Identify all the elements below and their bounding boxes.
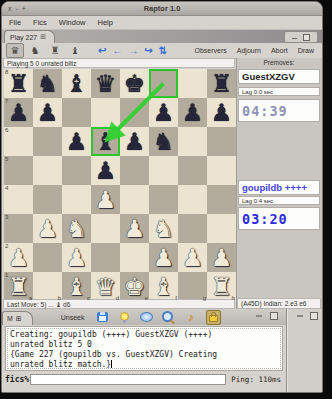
menu-item-help[interactable]: Help bbox=[98, 18, 113, 27]
tab-grid-icon[interactable]: ⊞ bbox=[40, 33, 46, 41]
file-label-e: e bbox=[145, 295, 148, 301]
square-c8[interactable]: ♝ bbox=[62, 69, 91, 98]
square-a5[interactable]: 5 bbox=[4, 156, 33, 185]
white-pawn-h2[interactable]: ♟ bbox=[207, 243, 236, 272]
file-label-a: a bbox=[29, 295, 32, 301]
black-rook-a8[interactable]: ♜ bbox=[4, 69, 33, 98]
square-e7[interactable] bbox=[120, 98, 149, 127]
square-f1[interactable]: f♝ bbox=[149, 272, 178, 301]
square-e6[interactable]: ♟ bbox=[120, 127, 149, 156]
console-line-1: Creating: goupildb (++++) GuestXZGV (+++… bbox=[10, 330, 282, 340]
square-d4[interactable]: ♟ bbox=[91, 185, 120, 214]
square-h4[interactable] bbox=[207, 185, 236, 214]
square-g8[interactable] bbox=[178, 69, 207, 98]
music-note-icon[interactable]: ♪ bbox=[184, 311, 197, 324]
square-c1[interactable]: c♝ bbox=[62, 272, 91, 301]
black-pawn-g7[interactable]: ♟ bbox=[178, 98, 207, 127]
white-pawn-c2[interactable]: ♟ bbox=[62, 243, 91, 272]
square-f5[interactable] bbox=[149, 156, 178, 185]
square-d1[interactable]: d♛ bbox=[91, 272, 120, 301]
fics-prompt: fics% bbox=[5, 375, 29, 384]
tabbar-window-buttons bbox=[284, 31, 318, 43]
lock-icon[interactable] bbox=[206, 310, 221, 325]
square-e5[interactable] bbox=[120, 156, 149, 185]
nav-button-group: ↩←→↪⇅ bbox=[98, 44, 167, 57]
square-b8[interactable]: ♞ bbox=[33, 69, 62, 98]
player-name-bottom: goupildb ++++ bbox=[238, 180, 320, 195]
right-panel: Premoves: GuestXZGV ++++ Lag 0.0 sec 04:… bbox=[236, 58, 322, 309]
board-column: Playing 5 0 unrated blitz 8♜♞♝♛♚♜7♟♟♟♟♟6… bbox=[2, 58, 236, 309]
flip-board-button[interactable]: ⇅ bbox=[159, 44, 167, 57]
action-button-group: ObserversAdjournAbortDraw bbox=[194, 47, 318, 54]
file-label-c: c bbox=[87, 295, 90, 301]
square-c2[interactable]: ♟ bbox=[62, 243, 91, 272]
square-f8[interactable] bbox=[149, 69, 178, 98]
file-label-f: f bbox=[175, 295, 177, 301]
square-d2[interactable] bbox=[91, 243, 120, 272]
square-e3[interactable]: ♟ bbox=[120, 214, 149, 243]
black-bishop-c8[interactable]: ♝ bbox=[62, 69, 91, 98]
knight-piece-button[interactable]: ♞ bbox=[26, 43, 44, 58]
ping-label: Ping: 110ms bbox=[231, 375, 281, 384]
file-label-d: d bbox=[116, 295, 119, 301]
square-e8[interactable]: ♚ bbox=[120, 69, 149, 98]
tab-label: Play 227 bbox=[10, 34, 37, 41]
square-c7[interactable] bbox=[62, 98, 91, 127]
square-e2[interactable] bbox=[120, 243, 149, 272]
side-panel-restore-icon[interactable] bbox=[297, 315, 303, 317]
rank-label-7: 7 bbox=[5, 98, 8, 104]
side-panel-window-buttons bbox=[297, 312, 318, 320]
raptor-window: x - + Raptor 1.0 FileFicsWindowHelp Play… bbox=[1, 1, 323, 393]
console-tab-bar: M ⊞ Unseek ♪ bbox=[2, 309, 286, 325]
rank-label-8: 8 bbox=[5, 69, 8, 75]
restore-icon[interactable] bbox=[292, 38, 297, 39]
black-pawn-h7[interactable]: ♟ bbox=[207, 98, 236, 127]
menu-item-window[interactable]: Window bbox=[59, 18, 86, 27]
console-tab-main[interactable]: M ⊞ bbox=[2, 311, 33, 325]
chat-bubble-icon[interactable] bbox=[140, 311, 153, 324]
console-output[interactable]: Creating: goupildb (++++) GuestXZGV (+++… bbox=[5, 326, 283, 371]
square-a3[interactable]: 3 bbox=[4, 214, 33, 243]
square-b5[interactable] bbox=[33, 156, 62, 185]
main-area: Playing 5 0 unrated blitz 8♜♞♝♛♚♜7♟♟♟♟♟6… bbox=[2, 58, 322, 309]
file-label-g: g bbox=[203, 295, 206, 301]
square-g4[interactable] bbox=[178, 185, 207, 214]
white-bishop-f1[interactable]: ♝ bbox=[149, 272, 178, 301]
black-rook-h8[interactable]: ♜ bbox=[207, 69, 236, 98]
black-pawn-f7[interactable]: ♟ bbox=[149, 98, 178, 127]
square-h2[interactable]: ♟ bbox=[207, 243, 236, 272]
eco-opening-bar: (A45D) Indian: 2.e3 e6 bbox=[237, 298, 321, 309]
black-king-e8[interactable]: ♚ bbox=[120, 69, 149, 98]
console-restore-icon[interactable] bbox=[256, 315, 262, 317]
game-status-header: Playing 5 0 unrated blitz bbox=[3, 58, 235, 68]
menu-item-fics[interactable]: Fics bbox=[33, 18, 47, 27]
menu-item-file[interactable]: File bbox=[9, 18, 21, 27]
black-pawn-a7[interactable]: ♟ bbox=[4, 98, 33, 127]
bishop-piece-button[interactable]: ♝ bbox=[66, 43, 84, 58]
lightbulb-icon[interactable] bbox=[118, 311, 131, 324]
square-c5[interactable] bbox=[62, 156, 91, 185]
console-window-buttons bbox=[256, 312, 278, 320]
black-pawn-c6[interactable]: ♟ bbox=[62, 127, 91, 156]
black-pawn-e6[interactable]: ♟ bbox=[120, 127, 149, 156]
square-c3[interactable]: ♞ bbox=[62, 214, 91, 243]
console-line-2: unrated blitz 5 0 bbox=[10, 340, 282, 350]
black-pawn-b7[interactable]: ♟ bbox=[33, 98, 62, 127]
side-panel-maximize-icon[interactable] bbox=[310, 312, 318, 320]
square-c6[interactable]: ♟ bbox=[62, 127, 91, 156]
console-line-3: {Game 227 (goupildb vs. GuestXZGV) Creat… bbox=[10, 350, 282, 360]
square-g5[interactable] bbox=[178, 156, 207, 185]
square-h8[interactable]: ♜ bbox=[207, 69, 236, 98]
square-h3[interactable] bbox=[207, 214, 236, 243]
draw-button[interactable]: Draw bbox=[298, 47, 314, 54]
save-icon[interactable] bbox=[96, 311, 109, 324]
square-g1[interactable]: g bbox=[178, 272, 207, 301]
search-icon[interactable] bbox=[162, 311, 175, 324]
white-pawn-e3[interactable]: ♟ bbox=[120, 214, 149, 243]
square-b4[interactable] bbox=[33, 185, 62, 214]
white-pawn-b3[interactable]: ♟ bbox=[33, 214, 62, 243]
square-g2[interactable]: ♟ bbox=[178, 243, 207, 272]
white-pawn-a2[interactable]: ♟ bbox=[4, 243, 33, 272]
white-knight-c3[interactable]: ♞ bbox=[62, 214, 91, 243]
bottom-area: M ⊞ Unseek ♪ Creating: goupildb (++++ bbox=[2, 309, 322, 392]
tab-play-227[interactable]: Play 227 ⊞ bbox=[4, 30, 55, 43]
square-f6[interactable]: ♞ bbox=[149, 127, 178, 156]
square-h1[interactable]: h♜ bbox=[207, 272, 236, 301]
square-c4[interactable] bbox=[62, 185, 91, 214]
square-h5[interactable] bbox=[207, 156, 236, 185]
square-b2[interactable] bbox=[33, 243, 62, 272]
rank-label-6: 6 bbox=[5, 127, 8, 133]
square-d5[interactable]: ♟ bbox=[91, 156, 120, 185]
square-b7[interactable]: ♟ bbox=[33, 98, 62, 127]
square-a1[interactable]: 1a♜ bbox=[4, 272, 33, 301]
square-a8[interactable]: 8♜ bbox=[4, 69, 33, 98]
square-d6[interactable]: ♝ bbox=[91, 127, 120, 156]
command-row: fics% Ping: 110ms bbox=[5, 373, 283, 386]
chess-board[interactable]: 8♜♞♝♛♚♜7♟♟♟♟♟6♟♝♟♞5♟4♟3♟♞♟♞2♟♟♟♟♟1a♜bc♝d… bbox=[4, 69, 236, 301]
toolbar: ♛♞♜♝ ↩←→↪⇅ ObserversAdjournAbortDraw bbox=[2, 43, 322, 59]
console-tab-label: M bbox=[7, 315, 13, 322]
square-a4[interactable]: 4 bbox=[4, 185, 33, 214]
window-title: Raptor 1.0 bbox=[2, 4, 322, 13]
square-a7[interactable]: 7♟ bbox=[4, 98, 33, 127]
abort-button[interactable]: Abort bbox=[271, 47, 288, 54]
console-icon-group: ♪ bbox=[96, 310, 221, 325]
white-pawn-d4[interactable]: ♟ bbox=[91, 185, 120, 214]
white-knight-f3[interactable]: ♞ bbox=[149, 214, 178, 243]
black-knight-f6[interactable]: ♞ bbox=[149, 127, 178, 156]
clock-top: 04:39 bbox=[238, 99, 320, 122]
square-f3[interactable]: ♞ bbox=[149, 214, 178, 243]
console-line-4: unrated blitz match.} bbox=[10, 360, 282, 370]
white-pawn-g2[interactable]: ♟ bbox=[178, 243, 207, 272]
queen-piece-button[interactable]: ♛ bbox=[6, 43, 24, 58]
rank-label-4: 4 bbox=[5, 185, 8, 191]
rook-piece-button[interactable]: ♜ bbox=[46, 43, 64, 58]
tab-bar: Play 227 ⊞ bbox=[2, 30, 322, 43]
square-f2[interactable]: ♟ bbox=[149, 243, 178, 272]
premoves-label: Premoves: bbox=[237, 59, 321, 66]
first-move-button[interactable]: ↩ bbox=[98, 44, 106, 57]
white-pawn-f2[interactable]: ♟ bbox=[149, 243, 178, 272]
back-button[interactable]: ← bbox=[112, 44, 122, 57]
clock-bottom: 03:20 bbox=[238, 207, 320, 230]
square-f4[interactable] bbox=[149, 185, 178, 214]
side-panel bbox=[287, 309, 322, 392]
square-a2[interactable]: 2♟ bbox=[4, 243, 33, 272]
black-bishop-d6[interactable]: ♝ bbox=[91, 127, 120, 156]
black-pawn-d5[interactable]: ♟ bbox=[91, 156, 120, 185]
square-g7[interactable]: ♟ bbox=[178, 98, 207, 127]
maximize-icon[interactable] bbox=[303, 34, 310, 41]
square-b3[interactable]: ♟ bbox=[33, 214, 62, 243]
square-d3[interactable] bbox=[91, 214, 120, 243]
screenshot-canvas: x - + Raptor 1.0 FileFicsWindowHelp Play… bbox=[0, 0, 332, 399]
menubar: FileFicsWindowHelp bbox=[2, 16, 322, 30]
console-maximize-icon[interactable] bbox=[270, 312, 278, 320]
square-f7[interactable]: ♟ bbox=[149, 98, 178, 127]
rank-label-2: 2 bbox=[5, 243, 8, 249]
square-e4[interactable] bbox=[120, 185, 149, 214]
lag-bottom: Lag 0.4 sec bbox=[238, 196, 320, 205]
piece-button-group: ♛♞♜♝ bbox=[6, 43, 86, 58]
forward-button[interactable]: → bbox=[128, 44, 138, 57]
text-cursor bbox=[111, 360, 112, 368]
last-move-bar: Last Move: 5) ... ♝ d6 bbox=[3, 299, 235, 309]
adjourn-button[interactable]: Adjourn bbox=[237, 47, 261, 54]
square-d7[interactable] bbox=[91, 98, 120, 127]
square-h7[interactable]: ♟ bbox=[207, 98, 236, 127]
square-a6[interactable]: 6 bbox=[4, 127, 33, 156]
unseek-button[interactable]: Unseek bbox=[61, 314, 85, 321]
file-label-h: h bbox=[232, 295, 235, 301]
rank-label-1: 1 bbox=[5, 272, 8, 278]
titlebar[interactable]: x - + Raptor 1.0 bbox=[2, 2, 322, 16]
square-e1[interactable]: e♚ bbox=[120, 272, 149, 301]
square-h6[interactable] bbox=[207, 127, 236, 156]
observers-button[interactable]: Observers bbox=[194, 47, 226, 54]
rank-label-3: 3 bbox=[5, 214, 8, 220]
black-knight-b8[interactable]: ♞ bbox=[33, 69, 62, 98]
square-b6[interactable] bbox=[33, 127, 62, 156]
square-g6[interactable] bbox=[178, 127, 207, 156]
black-queen-d8[interactable]: ♛ bbox=[91, 69, 120, 98]
command-input[interactable] bbox=[30, 374, 226, 385]
square-b1[interactable]: b bbox=[33, 272, 62, 301]
file-label-b: b bbox=[58, 295, 61, 301]
console-tab-grid-icon[interactable]: ⊞ bbox=[16, 315, 22, 323]
player-name-top: GuestXZGV ++++ bbox=[238, 69, 320, 84]
last-move-button[interactable]: ↪ bbox=[144, 44, 152, 57]
rank-label-5: 5 bbox=[5, 156, 8, 162]
console-panel: M ⊞ Unseek ♪ Creating: goupildb (++++ bbox=[2, 309, 287, 392]
lag-top: Lag 0.0 sec bbox=[238, 87, 320, 96]
square-d8[interactable]: ♛ bbox=[91, 69, 120, 98]
square-g3[interactable] bbox=[178, 214, 207, 243]
